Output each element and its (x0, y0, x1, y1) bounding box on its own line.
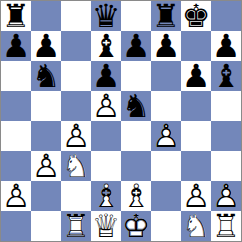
white-rook-icon: ♖ (61, 211, 91, 241)
square-a6[interactable] (1, 61, 31, 91)
white-pawn-fill: ♟ (211, 181, 241, 211)
square-c1[interactable]: ♜♖ (61, 211, 91, 241)
square-d4[interactable] (91, 121, 121, 151)
white-bishop-fill: ♝ (91, 181, 121, 211)
white-pawn-fill: ♟ (181, 181, 211, 211)
square-g7[interactable] (181, 31, 211, 61)
white-pawn-fill: ♟ (151, 121, 181, 151)
square-a5[interactable] (1, 91, 31, 121)
square-b3[interactable]: ♟♙ (31, 151, 61, 181)
square-g8[interactable]: ♚ (181, 1, 211, 31)
white-king-icon: ♔ (121, 211, 151, 241)
square-e2[interactable]: ♝♗ (121, 181, 151, 211)
square-f1[interactable] (151, 211, 181, 241)
square-d3[interactable] (91, 151, 121, 181)
square-d8[interactable]: ♛ (91, 1, 121, 31)
black-bishop-icon: ♝ (91, 31, 121, 61)
square-c7[interactable] (61, 31, 91, 61)
square-f6[interactable] (151, 61, 181, 91)
chess-board: ♜♛♜♚♟♟♝♟♟♟♞♟♟♝♟♙♞♟♙♟♙♟♙♞♘♟♙♝♗♝♗♟♙♟♙♜♖♛♕♚… (0, 0, 242, 242)
white-queen-icon: ♕ (91, 211, 121, 241)
square-d5[interactable]: ♟♙ (91, 91, 121, 121)
black-pawn-icon: ♟ (181, 61, 211, 91)
black-knight-icon: ♞ (121, 91, 151, 121)
square-h3[interactable] (211, 151, 241, 181)
white-pawn-icon: ♙ (1, 181, 31, 211)
square-c2[interactable] (61, 181, 91, 211)
square-h2[interactable]: ♟♙ (211, 181, 241, 211)
black-pawn-icon: ♟ (121, 31, 151, 61)
white-queen-fill: ♛ (91, 211, 121, 241)
white-pawn-icon: ♙ (211, 181, 241, 211)
white-pawn-icon: ♙ (61, 121, 91, 151)
square-e1[interactable]: ♚♔ (121, 211, 151, 241)
square-e3[interactable] (121, 151, 151, 181)
square-d7[interactable]: ♝ (91, 31, 121, 61)
white-pawn-fill: ♟ (1, 181, 31, 211)
square-a2[interactable]: ♟♙ (1, 181, 31, 211)
square-a1[interactable] (1, 211, 31, 241)
square-f2[interactable] (151, 181, 181, 211)
square-h8[interactable] (211, 1, 241, 31)
black-bishop-icon: ♝ (211, 61, 241, 91)
white-pawn-fill: ♟ (91, 91, 121, 121)
white-bishop-icon: ♗ (91, 181, 121, 211)
square-g6[interactable]: ♟ (181, 61, 211, 91)
square-c6[interactable] (61, 61, 91, 91)
square-g2[interactable]: ♟♙ (181, 181, 211, 211)
black-pawn-icon: ♟ (31, 31, 61, 61)
square-h1[interactable]: ♜♖ (211, 211, 241, 241)
square-h7[interactable]: ♟ (211, 31, 241, 61)
black-rook-icon: ♜ (1, 1, 31, 31)
white-pawn-icon: ♙ (151, 121, 181, 151)
square-a3[interactable] (1, 151, 31, 181)
white-pawn-fill: ♟ (61, 121, 91, 151)
square-h5[interactable] (211, 91, 241, 121)
square-c8[interactable] (61, 1, 91, 31)
square-a7[interactable]: ♟ (1, 31, 31, 61)
black-knight-icon: ♞ (31, 61, 61, 91)
square-e8[interactable] (121, 1, 151, 31)
white-bishop-fill: ♝ (121, 181, 151, 211)
black-pawn-icon: ♟ (211, 31, 241, 61)
square-e5[interactable]: ♞ (121, 91, 151, 121)
square-b2[interactable] (31, 181, 61, 211)
white-knight-fill: ♞ (181, 211, 211, 241)
square-f5[interactable] (151, 91, 181, 121)
square-b4[interactable] (31, 121, 61, 151)
square-f7[interactable]: ♟ (151, 31, 181, 61)
square-h6[interactable]: ♝ (211, 61, 241, 91)
square-e7[interactable]: ♟ (121, 31, 151, 61)
white-bishop-icon: ♗ (121, 181, 151, 211)
square-f3[interactable] (151, 151, 181, 181)
square-g3[interactable] (181, 151, 211, 181)
black-king-icon: ♚ (181, 1, 211, 31)
square-h4[interactable] (211, 121, 241, 151)
black-queen-icon: ♛ (91, 1, 121, 31)
white-rook-fill: ♜ (61, 211, 91, 241)
white-pawn-icon: ♙ (31, 151, 61, 181)
square-b8[interactable] (31, 1, 61, 31)
black-rook-icon: ♜ (151, 1, 181, 31)
square-c3[interactable]: ♞♘ (61, 151, 91, 181)
square-c4[interactable]: ♟♙ (61, 121, 91, 151)
square-e6[interactable] (121, 61, 151, 91)
white-king-fill: ♚ (121, 211, 151, 241)
square-b6[interactable]: ♞ (31, 61, 61, 91)
square-c5[interactable] (61, 91, 91, 121)
square-d6[interactable]: ♟ (91, 61, 121, 91)
black-pawn-icon: ♟ (151, 31, 181, 61)
square-f8[interactable]: ♜ (151, 1, 181, 31)
white-knight-fill: ♞ (61, 151, 91, 181)
white-pawn-icon: ♙ (181, 181, 211, 211)
square-a8[interactable]: ♜ (1, 1, 31, 31)
square-g5[interactable] (181, 91, 211, 121)
square-d2[interactable]: ♝♗ (91, 181, 121, 211)
black-pawn-icon: ♟ (91, 61, 121, 91)
square-e4[interactable] (121, 121, 151, 151)
square-f4[interactable]: ♟♙ (151, 121, 181, 151)
square-a4[interactable] (1, 121, 31, 151)
white-pawn-fill: ♟ (31, 151, 61, 181)
square-g1[interactable]: ♞♘ (181, 211, 211, 241)
white-knight-icon: ♘ (181, 211, 211, 241)
white-knight-icon: ♘ (61, 151, 91, 181)
square-g4[interactable] (181, 121, 211, 151)
black-pawn-icon: ♟ (1, 31, 31, 61)
square-b1[interactable] (31, 211, 61, 241)
square-b7[interactable]: ♟ (31, 31, 61, 61)
white-rook-fill: ♜ (211, 211, 241, 241)
square-d1[interactable]: ♛♕ (91, 211, 121, 241)
white-pawn-icon: ♙ (91, 91, 121, 121)
square-b5[interactable] (31, 91, 61, 121)
white-rook-icon: ♖ (211, 211, 241, 241)
